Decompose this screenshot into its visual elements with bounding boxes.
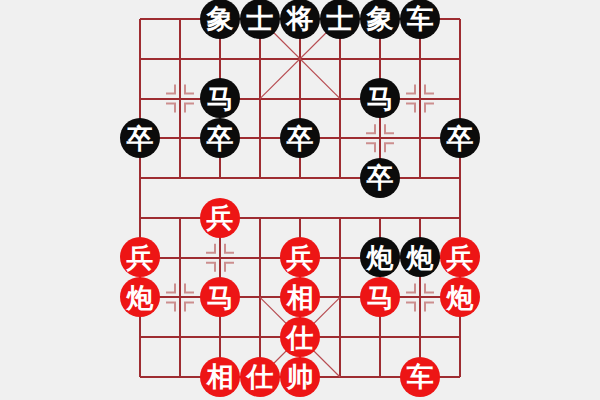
- piece-red-horse[interactable]: 马: [200, 277, 240, 317]
- piece-black-pawn[interactable]: 卒: [360, 158, 400, 198]
- piece-red-elephant[interactable]: 相: [280, 277, 320, 317]
- piece-red-elephant[interactable]: 相: [200, 357, 240, 397]
- piece-red-horse[interactable]: 马: [360, 277, 400, 317]
- piece-red-advisor[interactable]: 仕: [240, 357, 280, 397]
- xiangqi-board-screenshot: 象士将士象车马马卒卒卒卒卒炮炮兵兵兵兵炮马相马炮仕相仕帅车: [0, 0, 600, 400]
- piece-red-pawn[interactable]: 兵: [440, 237, 480, 277]
- piece-black-pawn[interactable]: 卒: [120, 118, 160, 158]
- piece-black-advisor[interactable]: 士: [320, 0, 360, 39]
- piece-black-advisor[interactable]: 士: [240, 0, 280, 39]
- piece-black-pawn[interactable]: 卒: [440, 118, 480, 158]
- piece-black-elephant[interactable]: 象: [360, 0, 400, 39]
- piece-red-cannon[interactable]: 炮: [120, 277, 160, 317]
- piece-red-pawn[interactable]: 兵: [200, 198, 240, 238]
- piece-black-pawn[interactable]: 卒: [280, 118, 320, 158]
- piece-red-advisor[interactable]: 仕: [280, 317, 320, 357]
- piece-black-elephant[interactable]: 象: [200, 0, 240, 39]
- piece-red-general[interactable]: 帅: [280, 357, 320, 397]
- piece-black-cannon[interactable]: 炮: [360, 237, 400, 277]
- piece-black-general[interactable]: 将: [280, 0, 320, 39]
- piece-red-chariot[interactable]: 车: [400, 357, 440, 397]
- piece-black-cannon[interactable]: 炮: [400, 237, 440, 277]
- piece-black-pawn[interactable]: 卒: [200, 118, 240, 158]
- piece-black-horse[interactable]: 马: [200, 78, 240, 118]
- xiangqi-board[interactable]: 象士将士象车马马卒卒卒卒卒炮炮兵兵兵兵炮马相马炮仕相仕帅车: [120, 0, 480, 397]
- piece-red-pawn[interactable]: 兵: [120, 237, 160, 277]
- piece-black-chariot[interactable]: 车: [400, 0, 440, 39]
- piece-black-horse[interactable]: 马: [360, 78, 400, 118]
- piece-red-cannon[interactable]: 炮: [440, 277, 480, 317]
- piece-red-pawn[interactable]: 兵: [280, 237, 320, 277]
